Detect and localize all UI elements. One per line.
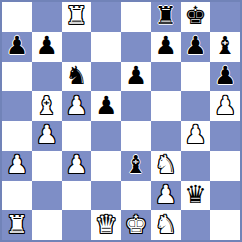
white-pawn[interactable]: ♟: [154, 182, 176, 207]
white-pawn[interactable]: ♟: [184, 122, 206, 147]
square-g2[interactable]: ♛: [181, 181, 211, 211]
square-c2[interactable]: [62, 181, 92, 211]
white-pawn[interactable]: ♟: [214, 93, 236, 118]
square-c7[interactable]: [62, 32, 92, 62]
square-h8[interactable]: [210, 2, 240, 32]
square-b7[interactable]: ♟: [32, 32, 62, 62]
square-a6[interactable]: [2, 62, 32, 92]
square-a5[interactable]: [2, 91, 32, 121]
white-queen[interactable]: ♛: [95, 212, 117, 237]
black-queen[interactable]: ♛: [184, 182, 206, 207]
black-bishop[interactable]: ♝: [125, 152, 147, 177]
square-g8[interactable]: ♚: [181, 2, 211, 32]
square-c5[interactable]: ♟: [62, 91, 92, 121]
square-d8[interactable]: [91, 2, 121, 32]
black-pawn[interactable]: ♟: [125, 63, 147, 88]
square-b3[interactable]: [32, 151, 62, 181]
black-pawn[interactable]: ♟: [154, 33, 176, 58]
square-b2[interactable]: [32, 181, 62, 211]
square-b5[interactable]: ♝: [32, 91, 62, 121]
white-knight[interactable]: ♞: [154, 152, 176, 177]
square-a3[interactable]: ♟: [2, 151, 32, 181]
black-pawn[interactable]: ♟: [95, 93, 117, 118]
square-h5[interactable]: ♟: [210, 91, 240, 121]
square-e5[interactable]: [121, 91, 151, 121]
square-d5[interactable]: ♟: [91, 91, 121, 121]
black-pawn[interactable]: ♟: [6, 33, 28, 58]
square-d2[interactable]: [91, 181, 121, 211]
square-c8[interactable]: ♜: [62, 2, 92, 32]
white-bishop[interactable]: ♝: [35, 93, 57, 118]
square-d7[interactable]: [91, 32, 121, 62]
square-g6[interactable]: [181, 62, 211, 92]
white-rook[interactable]: ♜: [65, 3, 87, 28]
square-g3[interactable]: [181, 151, 211, 181]
square-a8[interactable]: [2, 2, 32, 32]
square-f4[interactable]: [151, 121, 181, 151]
black-king[interactable]: ♚: [184, 3, 206, 28]
square-a7[interactable]: ♟: [2, 32, 32, 62]
white-pawn[interactable]: ♟: [6, 152, 28, 177]
square-d6[interactable]: [91, 62, 121, 92]
square-c4[interactable]: [62, 121, 92, 151]
black-knight[interactable]: ♞: [65, 63, 87, 88]
square-e6[interactable]: ♟: [121, 62, 151, 92]
square-a1[interactable]: ♜: [2, 210, 32, 240]
square-e8[interactable]: [121, 2, 151, 32]
square-b6[interactable]: [32, 62, 62, 92]
black-pawn[interactable]: ♟: [214, 63, 236, 88]
square-d4[interactable]: [91, 121, 121, 151]
square-a4[interactable]: [2, 121, 32, 151]
square-h2[interactable]: [210, 181, 240, 211]
square-b4[interactable]: ♟: [32, 121, 62, 151]
square-f5[interactable]: [151, 91, 181, 121]
square-c1[interactable]: [62, 210, 92, 240]
square-c3[interactable]: ♟: [62, 151, 92, 181]
square-h3[interactable]: [210, 151, 240, 181]
square-d3[interactable]: [91, 151, 121, 181]
white-pawn[interactable]: ♟: [65, 152, 87, 177]
white-king[interactable]: ♚: [125, 212, 147, 237]
square-e3[interactable]: ♝: [121, 151, 151, 181]
chess-board: ♜♜♚♟♟♟♟♝♞♟♟♝♟♟♟♟♟♟♟♝♞♟♛♜♛♚♞: [0, 0, 242, 242]
square-f2[interactable]: ♟: [151, 181, 181, 211]
black-rook[interactable]: ♜: [154, 3, 176, 28]
square-f7[interactable]: ♟: [151, 32, 181, 62]
square-h7[interactable]: ♝: [210, 32, 240, 62]
square-f8[interactable]: ♜: [151, 2, 181, 32]
square-d1[interactable]: ♛: [91, 210, 121, 240]
white-pawn[interactable]: ♟: [65, 93, 87, 118]
square-c6[interactable]: ♞: [62, 62, 92, 92]
white-rook[interactable]: ♜: [6, 212, 28, 237]
black-pawn[interactable]: ♟: [35, 33, 57, 58]
black-bishop[interactable]: ♝: [214, 33, 236, 58]
square-e2[interactable]: [121, 181, 151, 211]
square-g5[interactable]: [181, 91, 211, 121]
white-pawn[interactable]: ♟: [35, 122, 57, 147]
square-a2[interactable]: [2, 181, 32, 211]
square-h1[interactable]: [210, 210, 240, 240]
square-e1[interactable]: ♚: [121, 210, 151, 240]
square-g7[interactable]: ♟: [181, 32, 211, 62]
white-knight[interactable]: ♞: [154, 212, 176, 237]
black-pawn[interactable]: ♟: [184, 33, 206, 58]
square-f6[interactable]: [151, 62, 181, 92]
square-b1[interactable]: [32, 210, 62, 240]
square-e4[interactable]: [121, 121, 151, 151]
square-g4[interactable]: ♟: [181, 121, 211, 151]
square-b8[interactable]: [32, 2, 62, 32]
square-h6[interactable]: ♟: [210, 62, 240, 92]
square-f1[interactable]: ♞: [151, 210, 181, 240]
square-g1[interactable]: [181, 210, 211, 240]
square-f3[interactable]: ♞: [151, 151, 181, 181]
square-e7[interactable]: [121, 32, 151, 62]
square-h4[interactable]: [210, 121, 240, 151]
